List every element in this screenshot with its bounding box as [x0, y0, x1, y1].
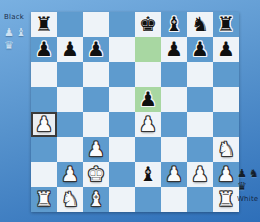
square-b7[interactable]: ♟: [57, 37, 83, 62]
square-h6[interactable]: [213, 62, 239, 87]
captured-black-knight-icon: ♞: [248, 167, 260, 180]
captured-by-black-tray: ♟♝♛: [3, 26, 27, 52]
square-b5[interactable]: [57, 87, 83, 112]
square-e3[interactable]: [135, 137, 161, 162]
square-f2[interactable]: ♟: [161, 162, 187, 187]
captured-white-queen-icon: ♛: [3, 39, 15, 52]
square-c4[interactable]: [83, 112, 109, 137]
piece-white-pawn[interactable]: ♟: [217, 164, 235, 184]
square-d7[interactable]: [109, 37, 135, 62]
square-f1[interactable]: [161, 187, 187, 212]
square-c2[interactable]: ♚: [83, 162, 109, 187]
square-b1[interactable]: ♞: [57, 187, 83, 212]
square-b8[interactable]: [57, 12, 83, 37]
square-c7[interactable]: ♟: [83, 37, 109, 62]
piece-black-pawn[interactable]: ♟: [191, 39, 209, 59]
square-f4[interactable]: [161, 112, 187, 137]
square-c5[interactable]: [83, 87, 109, 112]
square-a7[interactable]: ♟: [31, 37, 57, 62]
square-d2[interactable]: [109, 162, 135, 187]
piece-white-rook[interactable]: ♜: [217, 189, 235, 209]
square-e8[interactable]: ♚: [135, 12, 161, 37]
square-g2[interactable]: ♟: [187, 162, 213, 187]
square-g5[interactable]: [187, 87, 213, 112]
square-f6[interactable]: [161, 62, 187, 87]
square-g7[interactable]: ♟: [187, 37, 213, 62]
piece-white-knight[interactable]: ♞: [217, 139, 235, 159]
black-player-label: Black: [4, 13, 24, 21]
piece-black-bishop[interactable]: ♝: [165, 14, 183, 34]
piece-black-rook[interactable]: ♜: [35, 14, 53, 34]
square-g8[interactable]: ♞: [187, 12, 213, 37]
square-h3[interactable]: ♞: [213, 137, 239, 162]
piece-black-rook[interactable]: ♜: [217, 14, 235, 34]
square-h8[interactable]: ♜: [213, 12, 239, 37]
square-d6[interactable]: [109, 62, 135, 87]
square-b6[interactable]: [57, 62, 83, 87]
square-e4[interactable]: ♟: [135, 112, 161, 137]
piece-black-knight[interactable]: ♞: [191, 14, 209, 34]
square-a1[interactable]: ♜: [31, 187, 57, 212]
square-g3[interactable]: [187, 137, 213, 162]
piece-white-rook[interactable]: ♜: [35, 189, 53, 209]
square-d1[interactable]: [109, 187, 135, 212]
square-d8[interactable]: [109, 12, 135, 37]
piece-black-pawn[interactable]: ♟: [217, 39, 235, 59]
piece-black-pawn[interactable]: ♟: [165, 39, 183, 59]
square-e1[interactable]: [135, 187, 161, 212]
square-a2[interactable]: [31, 162, 57, 187]
captured-black-queen-icon: ♛: [236, 180, 248, 193]
piece-white-pawn[interactable]: ♟: [87, 139, 105, 159]
square-a4[interactable]: ♟: [31, 112, 57, 137]
square-f8[interactable]: ♝: [161, 12, 187, 37]
piece-white-king[interactable]: ♚: [87, 164, 105, 184]
piece-black-king[interactable]: ♚: [139, 14, 157, 34]
white-player-label: White: [237, 195, 258, 203]
square-g4[interactable]: [187, 112, 213, 137]
piece-white-knight[interactable]: ♞: [61, 189, 79, 209]
square-c8[interactable]: [83, 12, 109, 37]
piece-white-bishop[interactable]: ♝: [87, 189, 105, 209]
square-h4[interactable]: [213, 112, 239, 137]
piece-black-pawn[interactable]: ♟: [87, 39, 105, 59]
square-c6[interactable]: [83, 62, 109, 87]
piece-black-bishop[interactable]: ♝: [139, 164, 157, 184]
square-h5[interactable]: [213, 87, 239, 112]
piece-white-pawn[interactable]: ♟: [139, 114, 157, 134]
square-h7[interactable]: ♟: [213, 37, 239, 62]
chess-board[interactable]: ♜♚♝♞♜♟♟♟♟♟♟♟♟♟♟♞♟♚♝♟♟♟♜♞♝♜: [31, 12, 239, 212]
square-e5[interactable]: ♟: [135, 87, 161, 112]
piece-white-pawn[interactable]: ♟: [165, 164, 183, 184]
piece-white-pawn[interactable]: ♟: [35, 114, 53, 134]
square-b4[interactable]: [57, 112, 83, 137]
piece-white-pawn[interactable]: ♟: [61, 164, 79, 184]
square-f3[interactable]: [161, 137, 187, 162]
square-g1[interactable]: [187, 187, 213, 212]
square-c3[interactable]: ♟: [83, 137, 109, 162]
captured-white-bishop-icon: ♝: [15, 26, 27, 39]
square-d4[interactable]: [109, 112, 135, 137]
piece-black-pawn[interactable]: ♟: [61, 39, 79, 59]
square-e2[interactable]: ♝: [135, 162, 161, 187]
piece-black-pawn[interactable]: ♟: [139, 89, 157, 109]
square-a6[interactable]: [31, 62, 57, 87]
captured-white-pawn-icon: ♟: [3, 26, 15, 39]
square-b2[interactable]: ♟: [57, 162, 83, 187]
captured-black-pawn-icon: ♟: [236, 167, 248, 180]
square-c1[interactable]: ♝: [83, 187, 109, 212]
square-d3[interactable]: [109, 137, 135, 162]
captured-by-white-tray: ♟♞♛: [236, 167, 260, 193]
square-e7[interactable]: [135, 37, 161, 62]
chess-app-window: Black ♟♝♛ ♜♚♝♞♜♟♟♟♟♟♟♟♟♟♟♞♟♚♝♟♟♟♜♞♝♜ ♟♞♛…: [0, 0, 260, 222]
square-f7[interactable]: ♟: [161, 37, 187, 62]
square-d5[interactable]: [109, 87, 135, 112]
square-a3[interactable]: [31, 137, 57, 162]
square-b3[interactable]: [57, 137, 83, 162]
square-e6[interactable]: [135, 62, 161, 87]
piece-black-pawn[interactable]: ♟: [35, 39, 53, 59]
square-a5[interactable]: [31, 87, 57, 112]
piece-white-pawn[interactable]: ♟: [191, 164, 209, 184]
square-a8[interactable]: ♜: [31, 12, 57, 37]
square-g6[interactable]: [187, 62, 213, 87]
square-f5[interactable]: [161, 87, 187, 112]
